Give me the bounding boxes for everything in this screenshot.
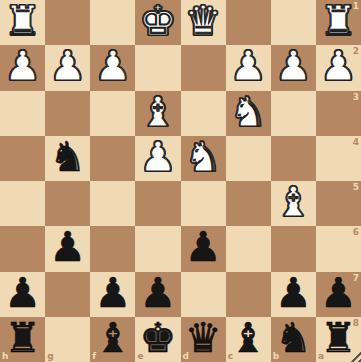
square-f6[interactable] [90,226,135,271]
square-h8[interactable]: ♜h [0,317,45,362]
square-d8[interactable]: ♛d [181,317,226,362]
piece-black-rook[interactable]: ♜ [320,318,357,359]
square-c2[interactable]: ♟ [226,45,271,90]
piece-white-rook[interactable]: ♜ [320,1,357,42]
square-e7[interactable]: ♟ [135,272,180,317]
piece-white-pawn[interactable]: ♟ [275,46,312,87]
square-h5[interactable] [0,181,45,226]
piece-white-pawn[interactable]: ♟ [49,46,86,87]
square-d1[interactable]: ♛ [181,0,226,45]
square-e2[interactable] [135,45,180,90]
square-g8[interactable]: g [45,317,90,362]
piece-white-pawn[interactable]: ♟ [230,46,267,87]
square-h6[interactable] [0,226,45,271]
square-c1[interactable] [226,0,271,45]
square-d3[interactable] [181,91,226,136]
square-b5[interactable]: ♝ [271,181,316,226]
square-f8[interactable]: ♝f [90,317,135,362]
piece-black-king[interactable]: ♚ [140,318,177,359]
square-b4[interactable] [271,136,316,181]
piece-black-pawn[interactable]: ♟ [275,273,312,314]
square-h3[interactable] [0,91,45,136]
square-f3[interactable] [90,91,135,136]
square-c7[interactable] [226,272,271,317]
square-d4[interactable]: ♞ [181,136,226,181]
square-g4[interactable]: ♞ [45,136,90,181]
square-h4[interactable] [0,136,45,181]
square-h2[interactable]: ♟ [0,45,45,90]
square-f5[interactable] [90,181,135,226]
square-b6[interactable] [271,226,316,271]
square-g6[interactable]: ♟ [45,226,90,271]
piece-black-pawn[interactable]: ♟ [185,227,222,268]
piece-black-rook[interactable]: ♜ [4,318,41,359]
piece-white-bishop[interactable]: ♝ [275,182,312,223]
square-e8[interactable]: ♚e [135,317,180,362]
piece-black-queen[interactable]: ♛ [185,318,222,359]
square-c6[interactable] [226,226,271,271]
piece-white-pawn[interactable]: ♟ [4,46,41,87]
rank-label-6: 6 [353,228,359,237]
piece-black-bishop[interactable]: ♝ [94,318,131,359]
piece-black-pawn[interactable]: ♟ [140,273,177,314]
square-c5[interactable] [226,181,271,226]
square-c3[interactable]: ♞ [226,91,271,136]
square-a4[interactable]: 4 [316,136,361,181]
square-e5[interactable] [135,181,180,226]
rank-label-5: 5 [353,183,359,192]
square-b1[interactable] [271,0,316,45]
square-e3[interactable]: ♝ [135,91,180,136]
square-a6[interactable]: 6 [316,226,361,271]
square-e4[interactable]: ♟ [135,136,180,181]
square-c4[interactable] [226,136,271,181]
piece-white-pawn[interactable]: ♟ [140,137,177,178]
square-b7[interactable]: ♟ [271,272,316,317]
square-a1[interactable]: ♜1 [316,0,361,45]
piece-black-pawn[interactable]: ♟ [94,273,131,314]
rank-label-3: 3 [353,93,359,102]
square-a3[interactable]: 3 [316,91,361,136]
piece-white-knight[interactable]: ♞ [230,92,267,133]
rank-label-4: 4 [353,138,359,147]
square-e6[interactable] [135,226,180,271]
piece-black-pawn[interactable]: ♟ [4,273,41,314]
piece-white-pawn[interactable]: ♟ [320,46,357,87]
chess-board-container: ♜♚♛♜1♟♟♟♟♟♟2♝♞3♞♟♞4♝5♟♟6♟♟♟♟♟7♜hg♝f♚e♛d♝… [0,0,361,362]
square-d5[interactable] [181,181,226,226]
piece-black-pawn[interactable]: ♟ [320,273,357,314]
piece-white-king[interactable]: ♚ [140,1,177,42]
chess-board: ♜♚♛♜1♟♟♟♟♟♟2♝♞3♞♟♞4♝5♟♟6♟♟♟♟♟7♜hg♝f♚e♛d♝… [0,0,361,362]
piece-white-pawn[interactable]: ♟ [94,46,131,87]
piece-black-pawn[interactable]: ♟ [49,227,86,268]
square-h7[interactable]: ♟ [0,272,45,317]
file-label-g: g [47,352,53,361]
square-a7[interactable]: ♟7 [316,272,361,317]
square-f1[interactable] [90,0,135,45]
square-f2[interactable]: ♟ [90,45,135,90]
square-b2[interactable]: ♟ [271,45,316,90]
square-d7[interactable] [181,272,226,317]
square-a5[interactable]: 5 [316,181,361,226]
square-b3[interactable] [271,91,316,136]
square-g5[interactable] [45,181,90,226]
square-g7[interactable] [45,272,90,317]
piece-black-knight[interactable]: ♞ [275,318,312,359]
square-g1[interactable] [45,0,90,45]
piece-black-knight[interactable]: ♞ [49,137,86,178]
piece-black-bishop[interactable]: ♝ [230,318,267,359]
square-h1[interactable]: ♜ [0,0,45,45]
piece-white-queen[interactable]: ♛ [185,1,222,42]
piece-white-rook[interactable]: ♜ [4,1,41,42]
square-a2[interactable]: ♟2 [316,45,361,90]
square-f4[interactable] [90,136,135,181]
square-f7[interactable]: ♟ [90,272,135,317]
square-e1[interactable]: ♚ [135,0,180,45]
square-g3[interactable] [45,91,90,136]
square-d2[interactable] [181,45,226,90]
square-c8[interactable]: ♝c [226,317,271,362]
piece-white-bishop[interactable]: ♝ [140,92,177,133]
square-d6[interactable]: ♟ [181,226,226,271]
square-b8[interactable]: ♞b [271,317,316,362]
square-g2[interactable]: ♟ [45,45,90,90]
piece-white-knight[interactable]: ♞ [185,137,222,178]
